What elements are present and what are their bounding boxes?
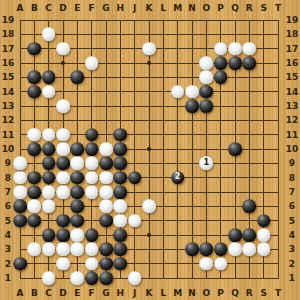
- intersection-J16[interactable]: [128, 56, 142, 70]
- intersection-E19[interactable]: [70, 13, 84, 27]
- intersection-O7[interactable]: [199, 185, 213, 199]
- intersection-N6[interactable]: [185, 199, 199, 213]
- intersection-T18[interactable]: [271, 27, 285, 41]
- intersection-T13[interactable]: [271, 99, 285, 113]
- intersection-B9[interactable]: [27, 156, 41, 170]
- intersection-R11[interactable]: [242, 128, 256, 142]
- intersection-B18[interactable]: [27, 27, 41, 41]
- white-stone-O16[interactable]: [200, 56, 214, 70]
- intersection-G17[interactable]: [99, 42, 113, 56]
- intersection-N18[interactable]: [185, 27, 199, 41]
- intersection-J7[interactable]: [128, 185, 142, 199]
- intersection-D6[interactable]: [56, 199, 70, 213]
- intersection-S19[interactable]: [257, 13, 271, 27]
- intersection-F12[interactable]: [85, 113, 99, 127]
- white-stone-O2[interactable]: [200, 257, 214, 271]
- intersection-S1[interactable]: [257, 271, 271, 285]
- black-stone-C15[interactable]: [42, 71, 56, 85]
- intersection-R15[interactable]: [242, 70, 256, 84]
- black-stone-F1[interactable]: [85, 271, 99, 285]
- white-stone-P17[interactable]: [214, 42, 228, 56]
- black-stone-B5[interactable]: [28, 214, 42, 228]
- intersection-P8[interactable]: [214, 171, 228, 185]
- intersection-P1[interactable]: [214, 271, 228, 285]
- intersection-T5[interactable]: [271, 214, 285, 228]
- intersection-P10[interactable]: [214, 142, 228, 156]
- white-stone-D7[interactable]: [56, 185, 70, 199]
- intersection-B16[interactable]: [27, 56, 41, 70]
- intersection-L14[interactable]: [156, 85, 170, 99]
- intersection-S13[interactable]: [257, 99, 271, 113]
- white-stone-Q17[interactable]: [228, 42, 242, 56]
- intersection-T14[interactable]: [271, 85, 285, 99]
- intersection-P19[interactable]: [214, 13, 228, 27]
- black-stone-F11[interactable]: [85, 128, 99, 142]
- intersection-L17[interactable]: [156, 42, 170, 56]
- intersection-G16[interactable]: [99, 56, 113, 70]
- intersection-M17[interactable]: [171, 42, 185, 56]
- white-stone-R3[interactable]: [243, 243, 257, 257]
- white-stone-P2[interactable]: [214, 257, 228, 271]
- black-stone-Q16[interactable]: [228, 56, 242, 70]
- white-stone-C14[interactable]: [42, 85, 56, 99]
- intersection-N12[interactable]: [185, 113, 199, 127]
- black-stone-H4[interactable]: [114, 228, 128, 242]
- intersection-M4[interactable]: [171, 228, 185, 242]
- intersection-G4[interactable]: [99, 228, 113, 242]
- intersection-H18[interactable]: [113, 27, 127, 41]
- intersection-S10[interactable]: [257, 142, 271, 156]
- black-stone-A6[interactable]: [13, 200, 27, 214]
- black-stone-H11[interactable]: [114, 128, 128, 142]
- intersection-J11[interactable]: [128, 128, 142, 142]
- white-stone-F2[interactable]: [85, 257, 99, 271]
- intersection-O4[interactable]: [199, 228, 213, 242]
- intersection-H19[interactable]: [113, 13, 127, 27]
- intersection-L8[interactable]: [156, 171, 170, 185]
- intersection-C2[interactable]: [42, 257, 56, 271]
- intersection-F14[interactable]: [85, 85, 99, 99]
- intersection-Q15[interactable]: [228, 70, 242, 84]
- intersection-J13[interactable]: [128, 99, 142, 113]
- white-stone-F8[interactable]: [85, 171, 99, 185]
- black-stone-J8[interactable]: [128, 171, 142, 185]
- intersection-O12[interactable]: [199, 113, 213, 127]
- intersection-M18[interactable]: [171, 27, 185, 41]
- intersection-C5[interactable]: [42, 214, 56, 228]
- intersection-L19[interactable]: [156, 13, 170, 27]
- intersection-L6[interactable]: [156, 199, 170, 213]
- white-stone-F16[interactable]: [85, 56, 99, 70]
- black-stone-F4[interactable]: [85, 228, 99, 242]
- intersection-O18[interactable]: [199, 27, 213, 41]
- white-stone-O15[interactable]: [200, 71, 214, 85]
- intersection-Q12[interactable]: [228, 113, 242, 127]
- intersection-K2[interactable]: [142, 257, 156, 271]
- black-stone-G3[interactable]: [99, 243, 113, 257]
- black-stone-H9[interactable]: [114, 157, 128, 171]
- intersection-T10[interactable]: [271, 142, 285, 156]
- white-stone-E3[interactable]: [71, 243, 85, 257]
- intersection-J17[interactable]: [128, 42, 142, 56]
- intersection-S6[interactable]: [257, 199, 271, 213]
- intersection-A18[interactable]: [13, 27, 27, 41]
- black-stone-D5[interactable]: [56, 214, 70, 228]
- intersection-E17[interactable]: [70, 42, 84, 56]
- intersection-E18[interactable]: [70, 27, 84, 41]
- white-stone-E1[interactable]: [71, 271, 85, 285]
- intersection-O5[interactable]: [199, 214, 213, 228]
- intersection-M7[interactable]: [171, 185, 185, 199]
- intersection-M19[interactable]: [171, 13, 185, 27]
- black-stone-C9[interactable]: [42, 157, 56, 171]
- white-stone-A7[interactable]: [13, 185, 27, 199]
- black-stone-P3[interactable]: [214, 243, 228, 257]
- white-stone-C11[interactable]: [42, 128, 56, 142]
- intersection-K5[interactable]: [142, 214, 156, 228]
- intersection-K16[interactable]: [142, 56, 156, 70]
- intersection-T16[interactable]: [271, 56, 285, 70]
- white-stone-O9[interactable]: 1: [200, 157, 214, 171]
- intersection-E12[interactable]: [70, 113, 84, 127]
- intersection-L3[interactable]: [156, 242, 170, 256]
- intersection-F6[interactable]: [85, 199, 99, 213]
- black-stone-C8[interactable]: [42, 171, 56, 185]
- intersection-K15[interactable]: [142, 70, 156, 84]
- intersection-S15[interactable]: [257, 70, 271, 84]
- intersection-K14[interactable]: [142, 85, 156, 99]
- intersection-N7[interactable]: [185, 185, 199, 199]
- intersection-A14[interactable]: [13, 85, 27, 99]
- white-stone-K17[interactable]: [142, 42, 156, 56]
- intersection-H13[interactable]: [113, 99, 127, 113]
- white-stone-H5[interactable]: [114, 214, 128, 228]
- white-stone-D2[interactable]: [56, 257, 70, 271]
- black-stone-H8[interactable]: [114, 171, 128, 185]
- black-stone-H7[interactable]: [114, 185, 128, 199]
- intersection-N9[interactable]: [185, 156, 199, 170]
- intersection-S12[interactable]: [257, 113, 271, 127]
- intersection-A16[interactable]: [13, 56, 27, 70]
- black-stone-B17[interactable]: [28, 42, 42, 56]
- black-stone-Q10[interactable]: [228, 142, 242, 156]
- white-stone-J1[interactable]: [128, 271, 142, 285]
- black-stone-R16[interactable]: [243, 56, 257, 70]
- white-stone-B11[interactable]: [28, 128, 42, 142]
- intersection-E13[interactable]: [70, 99, 84, 113]
- intersection-P14[interactable]: [214, 85, 228, 99]
- intersection-L9[interactable]: [156, 156, 170, 170]
- black-stone-G2[interactable]: [99, 257, 113, 271]
- intersection-D12[interactable]: [56, 113, 70, 127]
- intersection-R19[interactable]: [242, 13, 256, 27]
- intersection-S14[interactable]: [257, 85, 271, 99]
- intersection-H15[interactable]: [113, 70, 127, 84]
- intersection-O11[interactable]: [199, 128, 213, 142]
- intersection-O6[interactable]: [199, 199, 213, 213]
- intersection-G14[interactable]: [99, 85, 113, 99]
- white-stone-K6[interactable]: [142, 200, 156, 214]
- intersection-N4[interactable]: [185, 228, 199, 242]
- intersection-D19[interactable]: [56, 13, 70, 27]
- intersection-T9[interactable]: [271, 156, 285, 170]
- intersection-G12[interactable]: [99, 113, 113, 127]
- intersection-D16[interactable]: [56, 56, 70, 70]
- intersection-N10[interactable]: [185, 142, 199, 156]
- intersection-Q9[interactable]: [228, 156, 242, 170]
- intersection-T8[interactable]: [271, 171, 285, 185]
- intersection-K10[interactable]: [142, 142, 156, 156]
- intersection-L4[interactable]: [156, 228, 170, 242]
- intersection-F13[interactable]: [85, 99, 99, 113]
- black-stone-O14[interactable]: [200, 85, 214, 99]
- black-stone-R4[interactable]: [243, 228, 257, 242]
- black-stone-D4[interactable]: [56, 228, 70, 242]
- intersection-H17[interactable]: [113, 42, 127, 56]
- white-stone-F3[interactable]: [85, 243, 99, 257]
- intersection-R7[interactable]: [242, 185, 256, 199]
- black-stone-H10[interactable]: [114, 142, 128, 156]
- intersection-S8[interactable]: [257, 171, 271, 185]
- intersection-J9[interactable]: [128, 156, 142, 170]
- white-stone-G8[interactable]: [99, 171, 113, 185]
- intersection-T11[interactable]: [271, 128, 285, 142]
- intersection-T6[interactable]: [271, 199, 285, 213]
- intersection-K1[interactable]: [142, 271, 156, 285]
- intersection-M2[interactable]: [171, 257, 185, 271]
- white-stone-G6[interactable]: [99, 200, 113, 214]
- intersection-Q2[interactable]: [228, 257, 242, 271]
- intersection-D15[interactable]: [56, 70, 70, 84]
- intersection-L5[interactable]: [156, 214, 170, 228]
- intersection-A12[interactable]: [13, 113, 27, 127]
- white-stone-A8[interactable]: [13, 171, 27, 185]
- intersection-G15[interactable]: [99, 70, 113, 84]
- intersection-N17[interactable]: [185, 42, 199, 56]
- intersection-T15[interactable]: [271, 70, 285, 84]
- intersection-B4[interactable]: [27, 228, 41, 242]
- white-stone-A9[interactable]: [13, 157, 27, 171]
- intersection-B2[interactable]: [27, 257, 41, 271]
- black-stone-H3[interactable]: [114, 243, 128, 257]
- intersection-R10[interactable]: [242, 142, 256, 156]
- black-stone-C10[interactable]: [42, 142, 56, 156]
- intersection-Q1[interactable]: [228, 271, 242, 285]
- intersection-F5[interactable]: [85, 214, 99, 228]
- intersection-N5[interactable]: [185, 214, 199, 228]
- black-stone-B14[interactable]: [28, 85, 42, 99]
- intersection-O10[interactable]: [199, 142, 213, 156]
- intersection-P9[interactable]: [214, 156, 228, 170]
- intersection-Q6[interactable]: [228, 199, 242, 213]
- intersection-P12[interactable]: [214, 113, 228, 127]
- intersection-C16[interactable]: [42, 56, 56, 70]
- intersection-A17[interactable]: [13, 42, 27, 56]
- intersection-E11[interactable]: [70, 128, 84, 142]
- intersection-M13[interactable]: [171, 99, 185, 113]
- intersection-H16[interactable]: [113, 56, 127, 70]
- white-stone-J5[interactable]: [128, 214, 142, 228]
- intersection-K7[interactable]: [142, 185, 156, 199]
- intersection-A11[interactable]: [13, 128, 27, 142]
- intersection-J12[interactable]: [128, 113, 142, 127]
- intersection-M3[interactable]: [171, 242, 185, 256]
- intersection-L2[interactable]: [156, 257, 170, 271]
- intersection-A4[interactable]: [13, 228, 27, 242]
- intersection-R5[interactable]: [242, 214, 256, 228]
- intersection-J19[interactable]: [128, 13, 142, 27]
- white-stone-E4[interactable]: [71, 228, 85, 242]
- intersection-D1[interactable]: [56, 271, 70, 285]
- intersection-M6[interactable]: [171, 199, 185, 213]
- white-stone-C1[interactable]: [42, 271, 56, 285]
- intersection-T12[interactable]: [271, 113, 285, 127]
- black-stone-E5[interactable]: [71, 214, 85, 228]
- intersection-R14[interactable]: [242, 85, 256, 99]
- black-stone-E15[interactable]: [71, 71, 85, 85]
- intersection-B12[interactable]: [27, 113, 41, 127]
- white-stone-B3[interactable]: [28, 243, 42, 257]
- intersection-G13[interactable]: [99, 99, 113, 113]
- intersection-P4[interactable]: [214, 228, 228, 242]
- white-stone-D11[interactable]: [56, 128, 70, 142]
- white-stone-N14[interactable]: [185, 85, 199, 99]
- black-stone-S5[interactable]: [257, 214, 271, 228]
- intersection-L13[interactable]: [156, 99, 170, 113]
- intersection-Q18[interactable]: [228, 27, 242, 41]
- intersection-K12[interactable]: [142, 113, 156, 127]
- intersection-T1[interactable]: [271, 271, 285, 285]
- intersection-M10[interactable]: [171, 142, 185, 156]
- black-stone-G5[interactable]: [99, 214, 113, 228]
- intersection-J10[interactable]: [128, 142, 142, 156]
- black-stone-E7[interactable]: [71, 185, 85, 199]
- black-stone-A5[interactable]: [13, 214, 27, 228]
- intersection-T2[interactable]: [271, 257, 285, 271]
- intersection-F18[interactable]: [85, 27, 99, 41]
- intersection-A19[interactable]: [13, 13, 27, 27]
- white-stone-M14[interactable]: [171, 85, 185, 99]
- intersection-J18[interactable]: [128, 27, 142, 41]
- white-stone-C7[interactable]: [42, 185, 56, 199]
- white-stone-F7[interactable]: [85, 185, 99, 199]
- white-stone-G10[interactable]: [99, 142, 113, 156]
- intersection-A10[interactable]: [13, 142, 27, 156]
- white-stone-C18[interactable]: [42, 28, 56, 42]
- intersection-A1[interactable]: [13, 271, 27, 285]
- intersection-J14[interactable]: [128, 85, 142, 99]
- intersection-O19[interactable]: [199, 13, 213, 27]
- intersection-M9[interactable]: [171, 156, 185, 170]
- white-stone-C6[interactable]: [42, 200, 56, 214]
- black-stone-N3[interactable]: [185, 243, 199, 257]
- intersection-Q8[interactable]: [228, 171, 242, 185]
- black-stone-E6[interactable]: [71, 200, 85, 214]
- black-stone-C4[interactable]: [42, 228, 56, 242]
- white-stone-B6[interactable]: [28, 200, 42, 214]
- intersection-A3[interactable]: [13, 242, 27, 256]
- intersection-O8[interactable]: [199, 171, 213, 185]
- intersection-J4[interactable]: [128, 228, 142, 242]
- intersection-C13[interactable]: [42, 99, 56, 113]
- intersection-J6[interactable]: [128, 199, 142, 213]
- black-stone-B7[interactable]: [28, 185, 42, 199]
- intersection-K8[interactable]: [142, 171, 156, 185]
- intersection-S18[interactable]: [257, 27, 271, 41]
- intersection-Q13[interactable]: [228, 99, 242, 113]
- white-stone-D13[interactable]: [56, 99, 70, 113]
- intersection-R2[interactable]: [242, 257, 256, 271]
- white-stone-C3[interactable]: [42, 243, 56, 257]
- intersection-C17[interactable]: [42, 42, 56, 56]
- white-stone-D10[interactable]: [56, 142, 70, 156]
- intersection-H12[interactable]: [113, 113, 127, 127]
- intersection-B13[interactable]: [27, 99, 41, 113]
- intersection-K13[interactable]: [142, 99, 156, 113]
- intersection-P5[interactable]: [214, 214, 228, 228]
- intersection-T4[interactable]: [271, 228, 285, 242]
- intersection-R8[interactable]: [242, 171, 256, 185]
- intersection-L11[interactable]: [156, 128, 170, 142]
- intersection-L15[interactable]: [156, 70, 170, 84]
- intersection-K3[interactable]: [142, 242, 156, 256]
- intersection-L7[interactable]: [156, 185, 170, 199]
- white-stone-H6[interactable]: [114, 200, 128, 214]
- intersection-Q11[interactable]: [228, 128, 242, 142]
- intersection-G11[interactable]: [99, 128, 113, 142]
- intersection-B1[interactable]: [27, 271, 41, 285]
- white-stone-D3[interactable]: [56, 243, 70, 257]
- black-stone-R6[interactable]: [243, 200, 257, 214]
- intersection-N19[interactable]: [185, 13, 199, 27]
- intersection-T7[interactable]: [271, 185, 285, 199]
- black-stone-E8[interactable]: [71, 171, 85, 185]
- black-stone-O13[interactable]: [200, 99, 214, 113]
- black-stone-P16[interactable]: [214, 56, 228, 70]
- intersection-M1[interactable]: [171, 271, 185, 285]
- white-stone-F9[interactable]: [85, 157, 99, 171]
- white-stone-D8[interactable]: [56, 171, 70, 185]
- black-stone-O3[interactable]: [200, 243, 214, 257]
- white-stone-S3[interactable]: [257, 243, 271, 257]
- intersection-J15[interactable]: [128, 70, 142, 84]
- intersection-N11[interactable]: [185, 128, 199, 142]
- intersection-R9[interactable]: [242, 156, 256, 170]
- intersection-L1[interactable]: [156, 271, 170, 285]
- black-stone-N13[interactable]: [185, 99, 199, 113]
- intersection-S7[interactable]: [257, 185, 271, 199]
- intersection-O1[interactable]: [199, 271, 213, 285]
- intersection-T17[interactable]: [271, 42, 285, 56]
- intersection-K19[interactable]: [142, 13, 156, 27]
- intersection-L16[interactable]: [156, 56, 170, 70]
- intersection-K4[interactable]: [142, 228, 156, 242]
- intersection-S11[interactable]: [257, 128, 271, 142]
- intersection-L18[interactable]: [156, 27, 170, 41]
- intersection-J3[interactable]: [128, 242, 142, 256]
- intersection-S2[interactable]: [257, 257, 271, 271]
- intersection-N8[interactable]: [185, 171, 199, 185]
- black-stone-D9[interactable]: [56, 157, 70, 171]
- intersection-H1[interactable]: [113, 271, 127, 285]
- white-stone-S4[interactable]: [257, 228, 271, 242]
- intersection-R18[interactable]: [242, 27, 256, 41]
- intersection-S17[interactable]: [257, 42, 271, 56]
- intersection-D18[interactable]: [56, 27, 70, 41]
- intersection-M16[interactable]: [171, 56, 185, 70]
- intersection-H14[interactable]: [113, 85, 127, 99]
- black-stone-B10[interactable]: [28, 142, 42, 156]
